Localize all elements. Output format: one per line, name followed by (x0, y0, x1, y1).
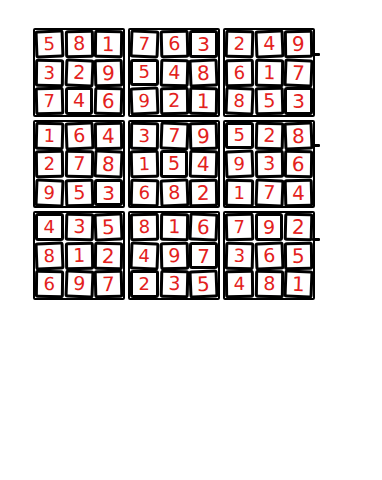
cell-r8c8[interactable]: 6 (254, 241, 284, 270)
stray-mark (312, 144, 320, 147)
cell-r7c5[interactable]: 1 (159, 213, 188, 241)
cell-r8c9[interactable]: 5 (284, 242, 313, 270)
sudoku-box-1-2: 763548921 (128, 28, 220, 117)
cell-r1c5[interactable]: 6 (159, 30, 188, 58)
cell-r8c6[interactable]: 7 (189, 242, 218, 270)
cell-r8c3[interactable]: 2 (94, 242, 123, 270)
cell-r5c8[interactable]: 3 (254, 150, 283, 178)
cell-r5c7[interactable]: 9 (225, 150, 255, 179)
cell-r8c5[interactable]: 9 (159, 242, 188, 270)
cell-r7c2[interactable]: 3 (64, 213, 93, 241)
cell-r3c5[interactable]: 2 (159, 87, 188, 115)
cell-r8c2[interactable]: 1 (64, 242, 93, 270)
cell-r6c5[interactable]: 8 (159, 178, 189, 207)
sudoku-box-3-3: 792365481 (223, 211, 315, 300)
cell-r9c6[interactable]: 5 (189, 270, 219, 299)
cell-r5c9[interactable]: 6 (284, 150, 313, 178)
cell-r3c4[interactable]: 9 (130, 87, 160, 116)
cell-r9c2[interactable]: 9 (64, 270, 94, 299)
cell-r7c4[interactable]: 8 (130, 213, 159, 241)
cell-r1c2[interactable]: 8 (64, 30, 93, 58)
cell-r3c3[interactable]: 6 (94, 87, 123, 115)
cell-r1c6[interactable]: 3 (189, 30, 218, 58)
cell-r7c3[interactable]: 5 (94, 213, 124, 242)
cell-r4c5[interactable]: 7 (159, 121, 189, 150)
cell-r7c8[interactable]: 9 (255, 213, 284, 241)
cell-r1c4[interactable]: 7 (130, 29, 160, 58)
cell-r5c4[interactable]: 1 (130, 150, 159, 178)
sudoku-box-3-2: 816497235 (128, 211, 220, 300)
cell-r9c9[interactable]: 1 (284, 270, 314, 299)
page: 5813297467635489212496178531642789533791… (0, 0, 382, 480)
cell-r9c7[interactable]: 4 (225, 270, 254, 298)
cell-r9c8[interactable]: 8 (254, 270, 283, 298)
cell-r4c1[interactable]: 1 (35, 121, 64, 149)
cell-r4c7[interactable]: 5 (225, 122, 254, 150)
cell-r4c4[interactable]: 3 (130, 121, 159, 149)
cell-r6c8[interactable]: 7 (254, 178, 284, 207)
cell-r9c5[interactable]: 3 (159, 270, 188, 298)
cell-r2c5[interactable]: 4 (159, 58, 188, 86)
cell-r4c6[interactable]: 9 (189, 121, 218, 149)
sudoku-board: 5813297467635489212496178531642789533791… (33, 28, 315, 300)
cell-r6c7[interactable]: 1 (225, 179, 254, 207)
cell-r5c2[interactable]: 7 (64, 150, 93, 178)
cell-r1c1[interactable]: 5 (35, 29, 65, 58)
sudoku-box-1-3: 249617853 (223, 28, 315, 117)
cell-r6c4[interactable]: 6 (130, 178, 159, 206)
cell-r2c7[interactable]: 6 (225, 58, 254, 86)
cell-r7c6[interactable]: 6 (189, 213, 219, 242)
cell-r2c3[interactable]: 9 (94, 58, 123, 86)
sudoku-box-2-3: 528936174 (223, 120, 315, 209)
cell-r3c7[interactable]: 8 (225, 87, 255, 116)
cell-r7c1[interactable]: 4 (35, 213, 64, 241)
cell-r9c1[interactable]: 6 (35, 270, 64, 298)
cell-r4c9[interactable]: 8 (284, 121, 314, 150)
cell-r8c7[interactable]: 3 (225, 242, 254, 270)
cell-r1c7[interactable]: 2 (225, 30, 254, 58)
cell-r6c1[interactable]: 9 (35, 178, 65, 207)
cell-r1c3[interactable]: 1 (94, 30, 123, 58)
cell-r3c6[interactable]: 1 (189, 87, 218, 115)
cell-r2c1[interactable]: 3 (35, 58, 64, 86)
sudoku-box-3-1: 435812697 (33, 211, 125, 300)
cell-r4c3[interactable]: 4 (94, 121, 123, 149)
cell-r5c1[interactable]: 2 (35, 150, 64, 178)
cell-r6c6[interactable]: 2 (189, 179, 218, 207)
cell-r2c8[interactable]: 1 (254, 58, 283, 86)
cell-r7c7[interactable]: 7 (225, 213, 254, 241)
cell-r4c8[interactable]: 2 (254, 121, 283, 149)
cell-r5c5[interactable]: 5 (160, 150, 189, 178)
cell-r1c8[interactable]: 4 (254, 29, 284, 58)
cell-r2c6[interactable]: 8 (189, 58, 219, 87)
cell-r2c2[interactable]: 2 (64, 58, 94, 87)
sudoku-box-1-1: 581329746 (33, 28, 125, 117)
cell-r6c2[interactable]: 5 (64, 178, 93, 206)
sudoku-box-2-2: 379154682 (128, 120, 220, 209)
stray-mark (312, 238, 320, 241)
cell-r3c8[interactable]: 5 (254, 87, 283, 115)
cell-r6c9[interactable]: 4 (284, 178, 313, 206)
cell-r3c1[interactable]: 7 (35, 87, 64, 115)
cell-r3c2[interactable]: 4 (65, 87, 94, 115)
cell-r9c3[interactable]: 7 (94, 270, 123, 298)
sudoku-box-2-1: 164278953 (33, 120, 125, 209)
cell-r8c4[interactable]: 4 (130, 241, 160, 270)
cell-r4c2[interactable]: 6 (64, 121, 94, 150)
cell-r5c3[interactable]: 8 (94, 150, 124, 179)
cell-r2c9[interactable]: 7 (284, 58, 314, 87)
cell-r2c4[interactable]: 5 (130, 59, 159, 87)
cell-r3c9[interactable]: 3 (284, 87, 313, 115)
cell-r5c6[interactable]: 4 (189, 150, 218, 178)
cell-r6c3[interactable]: 3 (94, 179, 123, 207)
cell-r1c9[interactable]: 9 (284, 30, 313, 58)
cell-r8c1[interactable]: 8 (35, 241, 65, 270)
stray-mark (312, 53, 320, 56)
cell-r9c4[interactable]: 2 (130, 270, 159, 298)
cell-r7c9[interactable]: 2 (284, 213, 313, 241)
